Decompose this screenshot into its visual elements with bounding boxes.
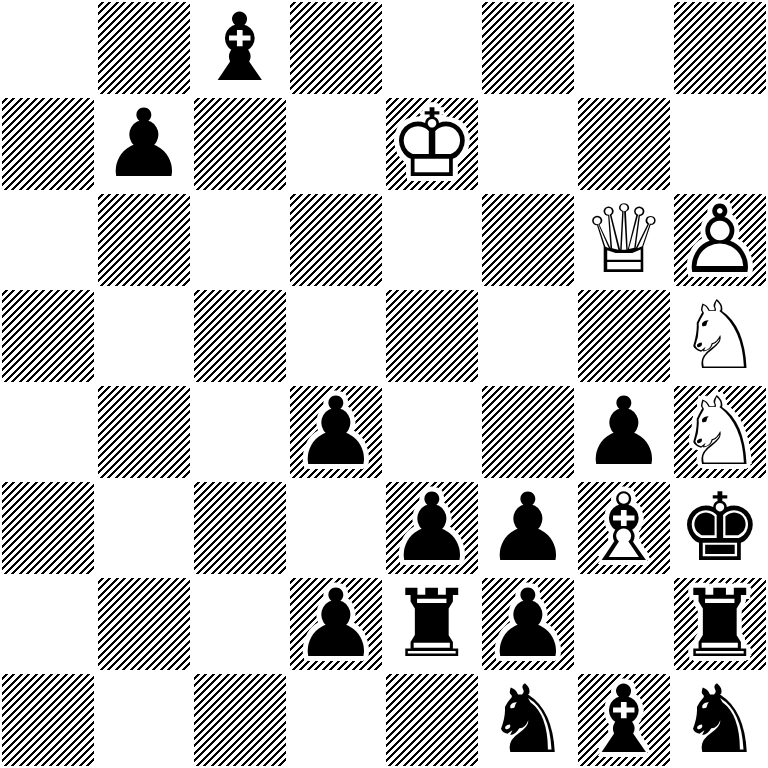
square-b6[interactable] xyxy=(96,192,192,288)
square-a8[interactable] xyxy=(0,0,96,96)
square-a7[interactable] xyxy=(0,96,96,192)
black-rook-glyph: ♜ xyxy=(672,576,768,672)
piece-black-pawn[interactable]: ♟♟ xyxy=(96,96,192,192)
square-h7[interactable] xyxy=(672,96,768,192)
piece-black-pawn[interactable]: ♟♟ xyxy=(480,576,576,672)
square-e5[interactable] xyxy=(384,288,480,384)
piece-black-knight[interactable]: ♞♞ xyxy=(672,672,768,768)
white-king-glyph: ♔ xyxy=(384,96,480,192)
piece-white-knight[interactable]: ♞♘ xyxy=(672,384,768,480)
square-c1[interactable] xyxy=(192,672,288,768)
piece-black-rook[interactable]: ♜♜ xyxy=(384,576,480,672)
square-h8[interactable] xyxy=(672,0,768,96)
black-pawn-glyph: ♟ xyxy=(288,384,384,480)
square-e6[interactable] xyxy=(384,192,480,288)
square-f3[interactable]: ♟♟ xyxy=(480,480,576,576)
piece-black-bishop[interactable]: ♝♝ xyxy=(192,0,288,96)
square-g1[interactable]: ♝♝ xyxy=(576,672,672,768)
square-c2[interactable] xyxy=(192,576,288,672)
black-pawn-glyph: ♟ xyxy=(480,480,576,576)
square-c4[interactable] xyxy=(192,384,288,480)
square-f1[interactable]: ♞♞ xyxy=(480,672,576,768)
square-g6[interactable]: ♛♕ xyxy=(576,192,672,288)
black-pawn-glyph: ♟ xyxy=(96,96,192,192)
square-d2[interactable]: ♟♟ xyxy=(288,576,384,672)
square-f2[interactable]: ♟♟ xyxy=(480,576,576,672)
square-b5[interactable] xyxy=(96,288,192,384)
square-h6[interactable]: ♟♙ xyxy=(672,192,768,288)
square-h4[interactable]: ♞♘ xyxy=(672,384,768,480)
white-knight-glyph: ♘ xyxy=(672,288,768,384)
square-g3[interactable]: ♝♗ xyxy=(576,480,672,576)
piece-white-pawn[interactable]: ♟♙ xyxy=(672,192,768,288)
square-d7[interactable] xyxy=(288,96,384,192)
square-h2[interactable]: ♜♜ xyxy=(672,576,768,672)
square-c6[interactable] xyxy=(192,192,288,288)
square-e2[interactable]: ♜♜ xyxy=(384,576,480,672)
white-queen-glyph: ♕ xyxy=(576,192,672,288)
square-b4[interactable] xyxy=(96,384,192,480)
black-pawn-glyph: ♟ xyxy=(576,384,672,480)
piece-white-king[interactable]: ♚♔ xyxy=(384,96,480,192)
square-c7[interactable] xyxy=(192,96,288,192)
piece-black-bishop[interactable]: ♝♝ xyxy=(576,672,672,768)
square-b8[interactable] xyxy=(96,0,192,96)
piece-black-pawn[interactable]: ♟♟ xyxy=(288,576,384,672)
black-bishop-glyph: ♝ xyxy=(576,672,672,768)
black-bishop-glyph: ♝ xyxy=(192,0,288,96)
white-pawn-glyph: ♙ xyxy=(672,192,768,288)
square-g7[interactable] xyxy=(576,96,672,192)
square-a6[interactable] xyxy=(0,192,96,288)
square-h3[interactable]: ♚♚ xyxy=(672,480,768,576)
square-a3[interactable] xyxy=(0,480,96,576)
black-king-glyph: ♚ xyxy=(672,480,768,576)
square-d3[interactable] xyxy=(288,480,384,576)
square-g5[interactable] xyxy=(576,288,672,384)
square-h1[interactable]: ♞♞ xyxy=(672,672,768,768)
square-d5[interactable] xyxy=(288,288,384,384)
square-c8[interactable]: ♝♝ xyxy=(192,0,288,96)
black-pawn-glyph: ♟ xyxy=(480,576,576,672)
square-b7[interactable]: ♟♟ xyxy=(96,96,192,192)
square-f7[interactable] xyxy=(480,96,576,192)
square-d6[interactable] xyxy=(288,192,384,288)
square-e7[interactable]: ♚♔ xyxy=(384,96,480,192)
piece-white-knight[interactable]: ♞♘ xyxy=(672,288,768,384)
square-d1[interactable] xyxy=(288,672,384,768)
square-e3[interactable]: ♟♟ xyxy=(384,480,480,576)
square-c3[interactable] xyxy=(192,480,288,576)
square-b2[interactable] xyxy=(96,576,192,672)
square-a4[interactable] xyxy=(0,384,96,480)
chess-board: ♝♝♟♟♚♔♛♕♟♙♞♘♟♟♟♟♞♘♟♟♟♟♝♗♚♚♟♟♜♜♟♟♜♜♞♞♝♝♞♞ xyxy=(0,0,768,768)
piece-black-pawn[interactable]: ♟♟ xyxy=(576,384,672,480)
square-d8[interactable] xyxy=(288,0,384,96)
piece-white-queen[interactable]: ♛♕ xyxy=(576,192,672,288)
square-b1[interactable] xyxy=(96,672,192,768)
piece-black-king[interactable]: ♚♚ xyxy=(672,480,768,576)
piece-black-pawn[interactable]: ♟♟ xyxy=(384,480,480,576)
square-f8[interactable] xyxy=(480,0,576,96)
square-c5[interactable] xyxy=(192,288,288,384)
square-a1[interactable] xyxy=(0,672,96,768)
square-g4[interactable]: ♟♟ xyxy=(576,384,672,480)
square-a2[interactable] xyxy=(0,576,96,672)
black-pawn-glyph: ♟ xyxy=(288,576,384,672)
square-f6[interactable] xyxy=(480,192,576,288)
square-b3[interactable] xyxy=(96,480,192,576)
square-g2[interactable] xyxy=(576,576,672,672)
square-e4[interactable] xyxy=(384,384,480,480)
piece-black-knight[interactable]: ♞♞ xyxy=(480,672,576,768)
square-a5[interactable] xyxy=(0,288,96,384)
square-f5[interactable] xyxy=(480,288,576,384)
black-knight-glyph: ♞ xyxy=(480,672,576,768)
piece-black-pawn[interactable]: ♟♟ xyxy=(288,384,384,480)
square-e1[interactable] xyxy=(384,672,480,768)
square-g8[interactable] xyxy=(576,0,672,96)
piece-white-bishop[interactable]: ♝♗ xyxy=(576,480,672,576)
square-f4[interactable] xyxy=(480,384,576,480)
white-knight-glyph: ♘ xyxy=(672,384,768,480)
piece-black-rook[interactable]: ♜♜ xyxy=(672,576,768,672)
white-bishop-glyph: ♗ xyxy=(576,480,672,576)
square-e8[interactable] xyxy=(384,0,480,96)
black-rook-glyph: ♜ xyxy=(384,576,480,672)
square-h5[interactable]: ♞♘ xyxy=(672,288,768,384)
square-d4[interactable]: ♟♟ xyxy=(288,384,384,480)
black-knight-glyph: ♞ xyxy=(672,672,768,768)
piece-black-pawn[interactable]: ♟♟ xyxy=(480,480,576,576)
black-pawn-glyph: ♟ xyxy=(384,480,480,576)
